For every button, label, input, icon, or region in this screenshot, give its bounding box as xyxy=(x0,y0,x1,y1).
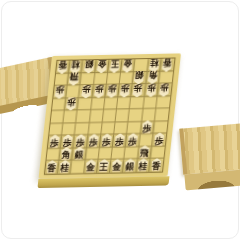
board-square[interactable]: 香 xyxy=(160,59,174,72)
board-square[interactable]: 歩 xyxy=(53,86,67,99)
board-square[interactable] xyxy=(153,121,167,134)
board-square[interactable]: 飛 xyxy=(137,147,151,160)
board-square[interactable]: 銀 xyxy=(72,148,86,161)
board-square[interactable]: 歩 xyxy=(140,122,154,135)
shogi-board-grid: 香桂銀金玉金桂香飛銀角歩歩歩歩歩歩歩歩歩歩歩歩歩歩歩歩歩歩角銀飛香桂金王金銀桂香 xyxy=(44,57,176,174)
shogi-board-surface: 香桂銀金玉金桂香飛銀角歩歩歩歩歩歩歩歩歩歩歩歩歩歩歩歩歩歩角銀飛香桂金王金銀桂香 xyxy=(38,53,181,179)
board-square[interactable] xyxy=(150,146,164,159)
board-square[interactable]: 桂 xyxy=(147,59,161,72)
board-square[interactable]: 桂 xyxy=(58,161,72,174)
komadai-right xyxy=(179,123,240,192)
komadai-right-top-surface xyxy=(179,123,240,174)
shogi-set-photo: 香桂銀金玉金桂香飛銀角歩歩歩歩歩歩歩歩歩歩歩歩歩歩歩歩歩歩角銀飛香桂金王金銀桂香 xyxy=(0,0,240,240)
board-square[interactable]: 金 xyxy=(121,59,135,72)
board-square[interactable]: 桂 xyxy=(136,159,150,172)
board-square[interactable]: 歩 xyxy=(144,84,158,97)
board-square[interactable]: 飛 xyxy=(68,73,82,86)
shogi-board: 香桂銀金玉金桂香飛銀角歩歩歩歩歩歩歩歩歩歩歩歩歩歩歩歩歩歩角銀飛香桂金王金銀桂香 xyxy=(38,53,181,179)
board-square[interactable] xyxy=(156,96,170,109)
board-square[interactable] xyxy=(155,109,169,122)
board-square[interactable]: 歩 xyxy=(65,98,79,111)
board-square[interactable]: 角 xyxy=(146,71,160,84)
board-square[interactable]: 歩 xyxy=(126,134,140,147)
board-square[interactable]: 歩 xyxy=(152,134,166,147)
board-square[interactable] xyxy=(159,71,173,84)
board-square[interactable]: 香 xyxy=(149,159,163,172)
board-square[interactable]: 歩 xyxy=(157,84,171,97)
